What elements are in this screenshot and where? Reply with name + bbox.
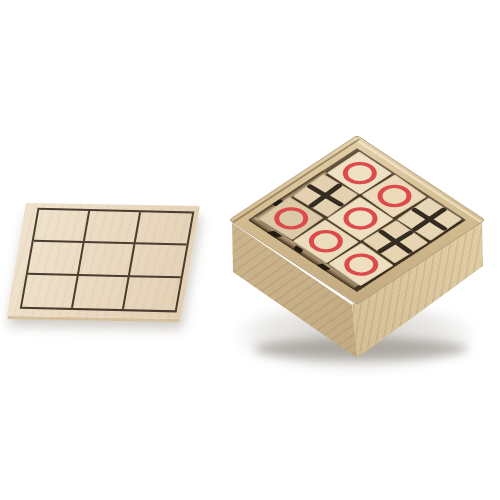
product-photo [0,0,500,500]
game-board [7,203,200,319]
board-cell[interactable] [124,277,181,311]
board-cell[interactable] [135,212,192,246]
board-cell[interactable] [28,242,85,276]
board-cell[interactable] [84,211,141,245]
board-cell[interactable] [22,274,79,308]
tile-box [228,128,490,373]
board-cell[interactable] [34,210,91,244]
board-cell[interactable] [79,243,136,277]
board-cell[interactable] [73,276,130,310]
board-cell[interactable] [130,244,187,278]
o-ring [343,253,378,276]
board-grid [20,208,195,313]
o-ring-icon [337,249,386,280]
